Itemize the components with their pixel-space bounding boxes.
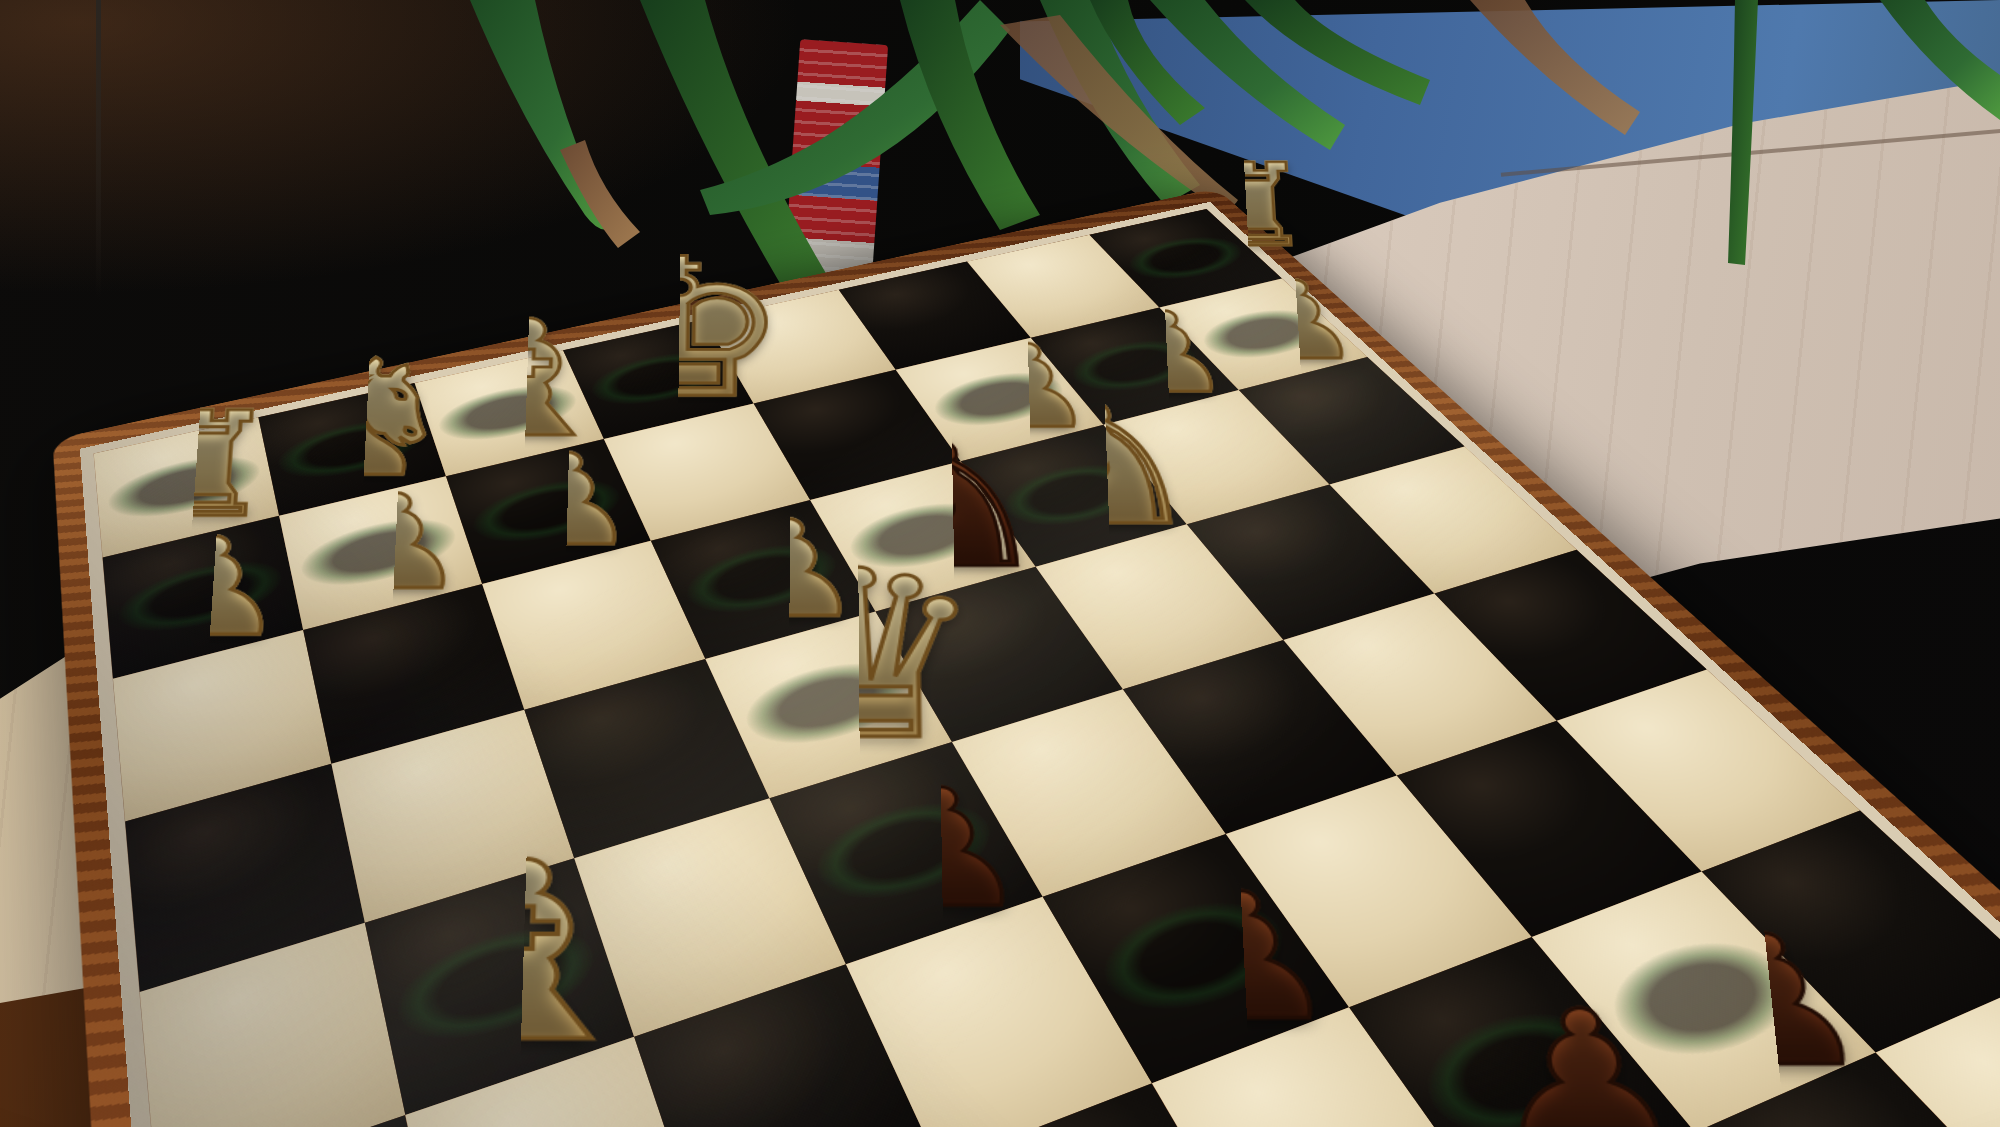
piece-glyph: ♟ bbox=[1147, 878, 1343, 1038]
photo-scene: ♜♞♝♚♜♟♟♟♟♟♟♟♞♞♛♝♟♟♟♟♟♟♜♞♝♚♛ bbox=[0, 0, 2000, 1127]
white-pawn-g2: ♟ bbox=[393, 484, 544, 603]
chess-board: ♜♞♝♚♜♟♟♟♟♟♟♟♞♞♛♝♟♟♟♟♟♟♜♞♝♚♛ bbox=[53, 188, 2000, 1127]
white-pawn-h2: ♟ bbox=[209, 527, 367, 650]
black-pawn-b7: ♟ bbox=[1764, 921, 1976, 1086]
board-playing-area: ♜♞♝♚♜♟♟♟♟♟♟♟♞♞♛♝♟♟♟♟♟♟♜♞♝♚♛ bbox=[80, 202, 2000, 1127]
board-perspective-container: ♜♞♝♚♜♟♟♟♟♟♟♟♞♞♛♝♟♟♟♟♟♟♜♞♝♚♛ bbox=[0, 0, 2000, 1127]
piece-glyph: ♝ bbox=[386, 842, 658, 1068]
white-bishop-g5: ♝ bbox=[520, 842, 789, 1068]
square-c5 bbox=[1123, 640, 1397, 834]
piece-glyph: ♟ bbox=[1480, 995, 1695, 1127]
white-rook-a1: ♜ bbox=[1244, 154, 1385, 259]
white-pawn-a2: ♟ bbox=[1295, 272, 1426, 370]
black-pawn-e5: ♟ bbox=[941, 775, 1122, 924]
square-g5: ♝ bbox=[365, 858, 634, 1115]
square-surface bbox=[1123, 640, 1397, 834]
white-pawn-f2: ♟ bbox=[566, 444, 710, 559]
white-king-e1: ♚ bbox=[678, 241, 903, 418]
piece-glyph: ♛ bbox=[729, 551, 992, 765]
piece-glyph: ♜ bbox=[1177, 154, 1317, 259]
piece-glyph: ♟ bbox=[133, 527, 292, 650]
white-queen-e4: ♛ bbox=[858, 551, 1122, 765]
black-pawn-c7: ♟ bbox=[1579, 995, 1796, 1127]
piece-glyph: ♟ bbox=[853, 775, 1032, 924]
black-pawn-d6: ♟ bbox=[1241, 878, 1438, 1038]
